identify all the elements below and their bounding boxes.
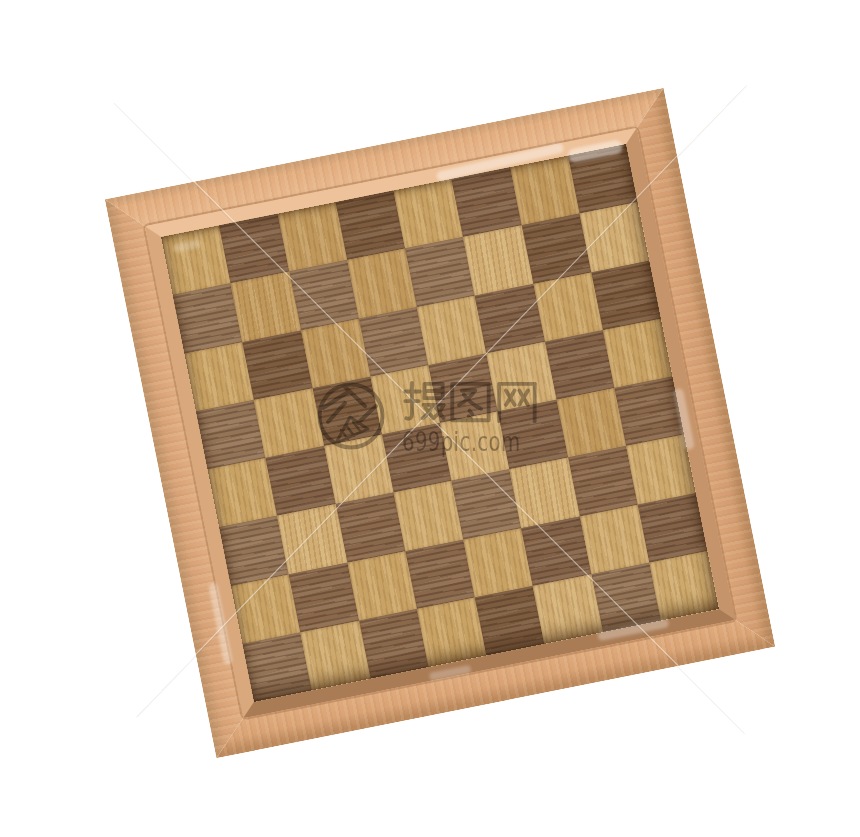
square-h1[interactable] [649, 551, 719, 621]
watermark-site-name [402, 379, 537, 425]
watermark: 699pic.com [314, 379, 564, 457]
product-photo-scene: 699pic.com [0, 0, 860, 837]
watermark-site-url: 699pic.com [402, 426, 520, 457]
watermark-logo-icon [314, 379, 388, 453]
